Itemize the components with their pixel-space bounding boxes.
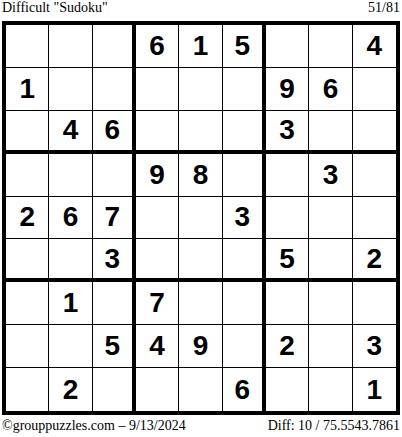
cell-r8c8[interactable] <box>309 325 352 368</box>
cell-r7c2[interactable]: 1 <box>49 282 92 325</box>
cell-r6c6[interactable] <box>223 239 266 282</box>
cell-r6c1[interactable] <box>6 239 49 282</box>
cell-r7c9[interactable] <box>353 282 396 325</box>
cell-r1c7[interactable] <box>266 25 309 68</box>
cell-r2c9[interactable] <box>353 68 396 111</box>
cell-r6c4[interactable] <box>136 239 179 282</box>
cell-r8c5[interactable]: 9 <box>179 325 222 368</box>
cell-r8c7[interactable]: 2 <box>266 325 309 368</box>
cell-r6c5[interactable] <box>179 239 222 282</box>
cell-r2c8[interactable]: 6 <box>309 68 352 111</box>
cell-r6c9[interactable]: 2 <box>353 239 396 282</box>
cell-r6c3[interactable]: 3 <box>93 239 136 282</box>
cell-r5c3[interactable]: 7 <box>93 197 136 240</box>
cell-r9c5[interactable] <box>179 368 222 411</box>
cell-r6c7[interactable]: 5 <box>266 239 309 282</box>
cell-r6c2[interactable] <box>49 239 92 282</box>
cell-r8c9[interactable]: 3 <box>353 325 396 368</box>
cell-r3c1[interactable] <box>6 111 49 154</box>
cell-r1c4[interactable]: 6 <box>136 25 179 68</box>
cell-r9c8[interactable] <box>309 368 352 411</box>
cell-r5c1[interactable]: 2 <box>6 197 49 240</box>
cell-r3c2[interactable]: 4 <box>49 111 92 154</box>
cell-r5c9[interactable] <box>353 197 396 240</box>
cell-r3c7[interactable]: 3 <box>266 111 309 154</box>
cell-r4c9[interactable] <box>353 154 396 197</box>
copyright-text: ©grouppuzzles.com – 9/13/2024 <box>2 419 186 433</box>
cell-r4c7[interactable] <box>266 154 309 197</box>
cell-r7c6[interactable] <box>223 282 266 325</box>
cell-r9c3[interactable] <box>93 368 136 411</box>
cell-r7c3[interactable] <box>93 282 136 325</box>
cell-r5c2[interactable]: 6 <box>49 197 92 240</box>
cell-r5c5[interactable] <box>179 197 222 240</box>
cell-r7c4[interactable]: 7 <box>136 282 179 325</box>
cell-r5c6[interactable]: 3 <box>223 197 266 240</box>
cell-r2c4[interactable] <box>136 68 179 111</box>
cell-r8c2[interactable] <box>49 325 92 368</box>
footer: ©grouppuzzles.com – 9/13/2024 Diff: 10 /… <box>0 415 402 437</box>
cell-r4c6[interactable] <box>223 154 266 197</box>
cell-r9c6[interactable]: 6 <box>223 368 266 411</box>
cell-r2c6[interactable] <box>223 68 266 111</box>
cell-r2c1[interactable]: 1 <box>6 68 49 111</box>
puzzle-title: Difficult "Sudoku" <box>2 1 108 15</box>
cell-r9c2[interactable]: 2 <box>49 368 92 411</box>
cell-r3c6[interactable] <box>223 111 266 154</box>
cell-r1c5[interactable]: 1 <box>179 25 222 68</box>
cell-r8c3[interactable]: 5 <box>93 325 136 368</box>
cell-r2c3[interactable] <box>93 68 136 111</box>
cell-r2c7[interactable]: 9 <box>266 68 309 111</box>
cell-r3c4[interactable] <box>136 111 179 154</box>
cell-r8c1[interactable] <box>6 325 49 368</box>
sudoku-page: Difficult "Sudoku" 51/81 615419646398326… <box>0 0 402 437</box>
cell-r4c3[interactable] <box>93 154 136 197</box>
cell-r1c8[interactable] <box>309 25 352 68</box>
cell-r9c4[interactable] <box>136 368 179 411</box>
cell-r1c3[interactable] <box>93 25 136 68</box>
cell-r7c8[interactable] <box>309 282 352 325</box>
cell-r3c5[interactable] <box>179 111 222 154</box>
cell-r6c8[interactable] <box>309 239 352 282</box>
cell-r7c5[interactable] <box>179 282 222 325</box>
header: Difficult "Sudoku" 51/81 <box>0 0 402 21</box>
cell-r4c5[interactable]: 8 <box>179 154 222 197</box>
cell-r7c1[interactable] <box>6 282 49 325</box>
cell-r1c2[interactable] <box>49 25 92 68</box>
cell-r4c8[interactable]: 3 <box>309 154 352 197</box>
cell-r3c3[interactable]: 6 <box>93 111 136 154</box>
cell-r5c7[interactable] <box>266 197 309 240</box>
cell-r1c9[interactable]: 4 <box>353 25 396 68</box>
difficulty-text: Diff: 10 / 75.5543.7861 <box>268 419 400 433</box>
cell-r4c4[interactable]: 9 <box>136 154 179 197</box>
cell-r9c9[interactable]: 1 <box>353 368 396 411</box>
cell-r4c1[interactable] <box>6 154 49 197</box>
remaining-count: 51/81 <box>368 1 400 15</box>
cell-r2c2[interactable] <box>49 68 92 111</box>
cell-r3c8[interactable] <box>309 111 352 154</box>
cell-r1c1[interactable] <box>6 25 49 68</box>
cell-r9c1[interactable] <box>6 368 49 411</box>
cell-r1c6[interactable]: 5 <box>223 25 266 68</box>
sudoku-board: 615419646398326733521754923261 <box>2 21 400 415</box>
cell-r2c5[interactable] <box>179 68 222 111</box>
cell-r5c8[interactable] <box>309 197 352 240</box>
cell-r8c6[interactable] <box>223 325 266 368</box>
cell-r9c7[interactable] <box>266 368 309 411</box>
cell-r8c4[interactable]: 4 <box>136 325 179 368</box>
cell-r7c7[interactable] <box>266 282 309 325</box>
cell-r3c9[interactable] <box>353 111 396 154</box>
cell-r5c4[interactable] <box>136 197 179 240</box>
cell-r4c2[interactable] <box>49 154 92 197</box>
